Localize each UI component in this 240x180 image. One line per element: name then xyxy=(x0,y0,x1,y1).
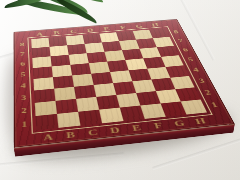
square-c4 xyxy=(72,74,94,87)
square-b2 xyxy=(55,99,78,114)
chessboard: ABCDEFGH ABCDEFGH 87654321 87654321 xyxy=(14,19,235,148)
square-h2 xyxy=(175,87,200,101)
square-c5 xyxy=(70,63,91,75)
coordinate-label: 4 xyxy=(14,79,33,92)
square-c3 xyxy=(74,85,96,99)
square-d5 xyxy=(89,62,110,74)
square-f2 xyxy=(136,91,160,105)
square-c1 xyxy=(78,110,102,126)
photo-scene: ABCDEFGH ABCDEFGH 87654321 87654321 xyxy=(0,0,240,180)
coordinate-label: 1 xyxy=(14,116,35,132)
square-f1 xyxy=(140,103,165,118)
coordinate-label: 2 xyxy=(14,103,35,118)
square-a5 xyxy=(33,66,53,79)
square-e4 xyxy=(110,70,132,83)
square-g3 xyxy=(151,78,175,91)
square-h4 xyxy=(165,65,188,77)
coordinate-label: 3 xyxy=(14,91,34,105)
square-a2 xyxy=(35,101,57,116)
square-d3 xyxy=(94,83,117,97)
square-g2 xyxy=(156,89,181,103)
square-b5 xyxy=(52,65,72,77)
square-a3 xyxy=(34,89,55,103)
square-d2 xyxy=(96,95,120,110)
square-c2 xyxy=(76,97,99,112)
square-e6 xyxy=(104,50,125,61)
square-b4 xyxy=(53,75,74,88)
square-g1 xyxy=(161,101,187,116)
square-a1 xyxy=(36,114,59,130)
square-g7 xyxy=(136,38,157,49)
square-h3 xyxy=(170,76,194,89)
square-e3 xyxy=(113,81,136,95)
square-b1 xyxy=(57,112,80,128)
square-e2 xyxy=(116,93,140,108)
chessboard-perspective-wrap: ABCDEFGH ABCDEFGH 87654321 87654321 xyxy=(15,0,205,167)
square-b7 xyxy=(49,45,68,56)
square-e1 xyxy=(120,106,145,122)
square-d1 xyxy=(99,108,123,124)
square-d4 xyxy=(91,72,113,85)
square-f3 xyxy=(132,80,156,94)
square-f5 xyxy=(125,58,147,70)
square-b3 xyxy=(54,87,76,101)
square-e8 xyxy=(99,32,119,42)
square-h1 xyxy=(181,99,207,114)
square-a4 xyxy=(33,77,54,90)
